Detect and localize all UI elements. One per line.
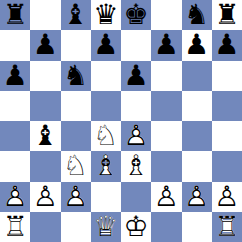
square-b6[interactable] xyxy=(30,61,60,91)
square-h8[interactable]: ♜ xyxy=(212,0,242,30)
square-c1[interactable] xyxy=(61,212,91,242)
square-a2[interactable]: ♟♙ xyxy=(0,182,30,212)
square-g6[interactable] xyxy=(182,61,212,91)
square-c8[interactable]: ♝ xyxy=(61,0,91,30)
square-f2[interactable]: ♟♙ xyxy=(151,182,181,212)
piece-black-bishop[interactable]: ♝ xyxy=(30,121,60,151)
square-d3[interactable]: ♝♗ xyxy=(91,151,121,181)
white-pawn-fill: ♟ xyxy=(151,182,181,212)
piece-white-rook[interactable]: ♖ xyxy=(0,212,30,242)
square-f7[interactable]: ♟ xyxy=(151,30,181,60)
square-c6[interactable]: ♞ xyxy=(61,61,91,91)
square-b3[interactable] xyxy=(30,151,60,181)
square-g7[interactable]: ♟ xyxy=(182,30,212,60)
square-f6[interactable] xyxy=(151,61,181,91)
square-a3[interactable] xyxy=(0,151,30,181)
square-d4[interactable]: ♞♘ xyxy=(91,121,121,151)
square-g2[interactable]: ♟♙ xyxy=(182,182,212,212)
piece-white-pawn[interactable]: ♙ xyxy=(121,121,151,151)
square-d8[interactable]: ♛ xyxy=(91,0,121,30)
piece-black-bishop[interactable]: ♝ xyxy=(61,0,91,30)
piece-white-pawn[interactable]: ♙ xyxy=(0,182,30,212)
white-pawn-fill: ♟ xyxy=(212,182,242,212)
square-b7[interactable]: ♟ xyxy=(30,30,60,60)
white-rook-fill: ♜ xyxy=(0,212,30,242)
white-king-fill: ♚ xyxy=(121,212,151,242)
square-f4[interactable] xyxy=(151,121,181,151)
piece-black-pawn[interactable]: ♟ xyxy=(30,30,60,60)
square-b5[interactable] xyxy=(30,91,60,121)
square-d6[interactable] xyxy=(91,61,121,91)
square-b4[interactable]: ♝ xyxy=(30,121,60,151)
square-g1[interactable] xyxy=(182,212,212,242)
piece-black-knight[interactable]: ♞ xyxy=(61,61,91,91)
square-f8[interactable] xyxy=(151,0,181,30)
square-e6[interactable]: ♟ xyxy=(121,61,151,91)
white-pawn-fill: ♟ xyxy=(0,182,30,212)
square-c5[interactable] xyxy=(61,91,91,121)
white-pawn-fill: ♟ xyxy=(30,182,60,212)
piece-black-rook[interactable]: ♜ xyxy=(212,0,242,30)
square-e2[interactable] xyxy=(121,182,151,212)
square-e8[interactable]: ♚ xyxy=(121,0,151,30)
piece-black-pawn[interactable]: ♟ xyxy=(121,61,151,91)
square-e5[interactable] xyxy=(121,91,151,121)
piece-black-pawn[interactable]: ♟ xyxy=(0,61,30,91)
square-a6[interactable]: ♟ xyxy=(0,61,30,91)
square-h7[interactable]: ♟ xyxy=(212,30,242,60)
square-h1[interactable]: ♜♖ xyxy=(212,212,242,242)
piece-white-queen[interactable]: ♕ xyxy=(91,212,121,242)
square-d1[interactable]: ♛♕ xyxy=(91,212,121,242)
white-knight-fill: ♞ xyxy=(91,121,121,151)
piece-black-queen[interactable]: ♛ xyxy=(91,0,121,30)
square-h6[interactable] xyxy=(212,61,242,91)
square-b2[interactable]: ♟♙ xyxy=(30,182,60,212)
square-c4[interactable] xyxy=(61,121,91,151)
piece-black-rook[interactable]: ♜ xyxy=(0,0,30,30)
square-g5[interactable] xyxy=(182,91,212,121)
white-pawn-fill: ♟ xyxy=(121,121,151,151)
white-pawn-fill: ♟ xyxy=(61,182,91,212)
piece-black-knight[interactable]: ♞ xyxy=(182,0,212,30)
piece-white-pawn[interactable]: ♙ xyxy=(182,182,212,212)
square-c2[interactable]: ♟♙ xyxy=(61,182,91,212)
square-f3[interactable] xyxy=(151,151,181,181)
piece-white-knight[interactable]: ♘ xyxy=(91,121,121,151)
square-a1[interactable]: ♜♖ xyxy=(0,212,30,242)
square-e3[interactable]: ♝♗ xyxy=(121,151,151,181)
piece-white-pawn[interactable]: ♙ xyxy=(151,182,181,212)
white-pawn-fill: ♟ xyxy=(182,182,212,212)
square-h3[interactable] xyxy=(212,151,242,181)
square-h2[interactable]: ♟♙ xyxy=(212,182,242,212)
square-g8[interactable]: ♞ xyxy=(182,0,212,30)
square-g4[interactable] xyxy=(182,121,212,151)
piece-black-king[interactable]: ♚ xyxy=(121,0,151,30)
square-d5[interactable] xyxy=(91,91,121,121)
piece-white-knight[interactable]: ♘ xyxy=(61,151,91,181)
white-knight-fill: ♞ xyxy=(61,151,91,181)
square-a4[interactable] xyxy=(0,121,30,151)
square-d7[interactable]: ♟ xyxy=(91,30,121,60)
white-queen-fill: ♛ xyxy=(91,212,121,242)
white-bishop-fill: ♝ xyxy=(121,151,151,181)
square-a8[interactable]: ♜ xyxy=(0,0,30,30)
square-a5[interactable] xyxy=(0,91,30,121)
square-h4[interactable] xyxy=(212,121,242,151)
square-b8[interactable] xyxy=(30,0,60,30)
square-e1[interactable]: ♚♔ xyxy=(121,212,151,242)
square-g3[interactable] xyxy=(182,151,212,181)
white-rook-fill: ♜ xyxy=(212,212,242,242)
square-f5[interactable] xyxy=(151,91,181,121)
square-c7[interactable] xyxy=(61,30,91,60)
square-d2[interactable] xyxy=(91,182,121,212)
piece-white-pawn[interactable]: ♙ xyxy=(30,182,60,212)
square-e7[interactable] xyxy=(121,30,151,60)
chess-board: ♜♝♛♚♞♜♟♟♟♟♟♟♞♟♝♞♘♟♙♞♘♝♗♝♗♟♙♟♙♟♙♟♙♟♙♟♙♜♖♛… xyxy=(0,0,242,242)
piece-white-king[interactable]: ♔ xyxy=(121,212,151,242)
white-bishop-fill: ♝ xyxy=(91,151,121,181)
square-b1[interactable] xyxy=(30,212,60,242)
piece-black-pawn[interactable]: ♟ xyxy=(91,30,121,60)
piece-white-bishop[interactable]: ♗ xyxy=(91,151,121,181)
square-a7[interactable] xyxy=(0,30,30,60)
piece-white-pawn[interactable]: ♙ xyxy=(61,182,91,212)
piece-white-pawn[interactable]: ♙ xyxy=(212,182,242,212)
square-h5[interactable] xyxy=(212,91,242,121)
square-c3[interactable]: ♞♘ xyxy=(61,151,91,181)
piece-white-rook[interactable]: ♖ xyxy=(212,212,242,242)
piece-black-pawn[interactable]: ♟ xyxy=(212,30,242,60)
square-e4[interactable]: ♟♙ xyxy=(121,121,151,151)
piece-white-bishop[interactable]: ♗ xyxy=(121,151,151,181)
piece-black-pawn[interactable]: ♟ xyxy=(151,30,181,60)
square-f1[interactable] xyxy=(151,212,181,242)
piece-black-pawn[interactable]: ♟ xyxy=(182,30,212,60)
